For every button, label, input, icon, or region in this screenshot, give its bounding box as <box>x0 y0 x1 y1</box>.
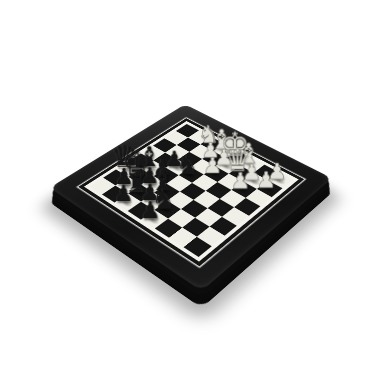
piece-black-pawn: ♟ <box>125 199 174 222</box>
product-photo: ♞♝♚♝♟♟♟♛♟♟♟♟♟♞♝♟♛♚♟♝♟♜♟♞♟♟ <box>0 0 375 375</box>
square-r4c6 <box>208 199 234 217</box>
square-r5c6 <box>195 208 222 226</box>
scene: ♞♝♚♝♟♟♟♛♟♟♟♟♟♞♝♟♛♚♟♝♟♜♟♞♟♟ <box>0 0 375 375</box>
square-r2c6: ♟ <box>231 181 257 198</box>
chess-board: ♞♝♚♝♟♟♟♛♟♟♟♟♟♞♝♟♛♚♟♝♟♜♟♞♟♟ <box>50 104 332 291</box>
piece-white-pawn: ♟ <box>217 170 264 192</box>
